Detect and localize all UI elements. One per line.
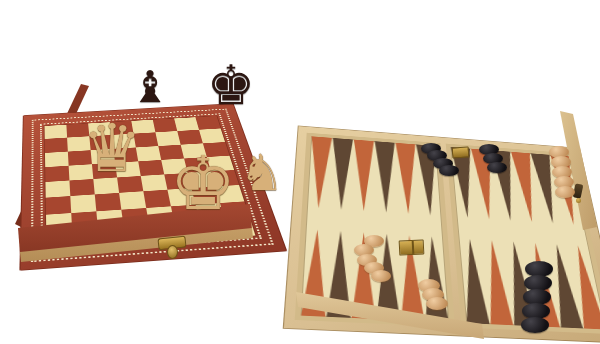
chess-square — [199, 129, 225, 144]
chess-square — [141, 174, 168, 191]
light-checker — [555, 186, 575, 198]
backgammon-point-orange — [307, 136, 332, 209]
chess-square — [136, 146, 161, 161]
backgammon-point-brown — [326, 230, 352, 318]
chess-grid — [45, 116, 256, 250]
backgammon-point-orange — [353, 140, 375, 212]
chess-square — [203, 142, 230, 157]
chess-square — [45, 180, 70, 197]
hinge-icon — [399, 239, 425, 255]
chess-square — [211, 170, 239, 187]
backgammon-point-orange — [301, 229, 329, 317]
backgammon-point-brown — [459, 238, 490, 324]
chess-square — [215, 185, 244, 203]
chess-square — [96, 209, 123, 228]
hinge-icon — [452, 146, 470, 158]
chess-square — [46, 230, 73, 250]
chess-square — [45, 151, 69, 167]
dark-checker — [487, 162, 507, 173]
light-checker — [426, 297, 448, 310]
chess-square — [225, 218, 256, 237]
chess-square — [69, 179, 94, 196]
chess-square — [134, 132, 159, 147]
chess-square — [72, 228, 99, 248]
chess-square — [155, 131, 180, 146]
chess-square — [93, 177, 119, 194]
backgammon-right-half — [446, 144, 600, 335]
light-checker — [371, 270, 391, 282]
chess-square — [70, 195, 96, 213]
chess-square — [45, 138, 68, 153]
chess-square — [71, 211, 98, 230]
chess-square — [138, 160, 164, 176]
chess-square — [117, 176, 143, 193]
chess-decorative-border — [31, 109, 274, 263]
chess-square — [89, 135, 113, 150]
chess-square — [95, 193, 122, 211]
backgammon-point-orange — [395, 143, 419, 215]
chess-square — [46, 196, 72, 214]
product-photo: ♝♚♛♚♞ — [0, 0, 600, 344]
chess-square — [67, 136, 91, 151]
chess-square — [92, 163, 117, 179]
chess-square — [146, 206, 174, 225]
chess-square — [98, 227, 126, 247]
chess-square — [220, 201, 250, 219]
chess-square — [124, 225, 153, 245]
chess-square — [68, 150, 92, 166]
chess-square — [143, 190, 170, 208]
backgammon-point-brown — [374, 141, 397, 213]
chess-square — [91, 149, 116, 165]
chess-square — [111, 134, 135, 149]
chess-board-surface — [19, 103, 287, 270]
chess-square — [119, 191, 146, 209]
backgammon-point-brown — [330, 138, 354, 211]
brass-clasp-pendant-icon — [167, 245, 178, 259]
chess-square — [69, 164, 94, 180]
chess-square — [121, 208, 149, 227]
dark-checker — [439, 165, 459, 176]
side-clasp-pin-icon — [576, 198, 581, 203]
chess-square — [115, 161, 141, 177]
chess-square — [207, 156, 234, 172]
dark-checker — [521, 317, 549, 333]
chess-square — [46, 213, 72, 232]
chess-square — [45, 166, 69, 182]
chess-square — [113, 147, 138, 162]
black-bishop-c8: ♝ — [128, 65, 172, 109]
